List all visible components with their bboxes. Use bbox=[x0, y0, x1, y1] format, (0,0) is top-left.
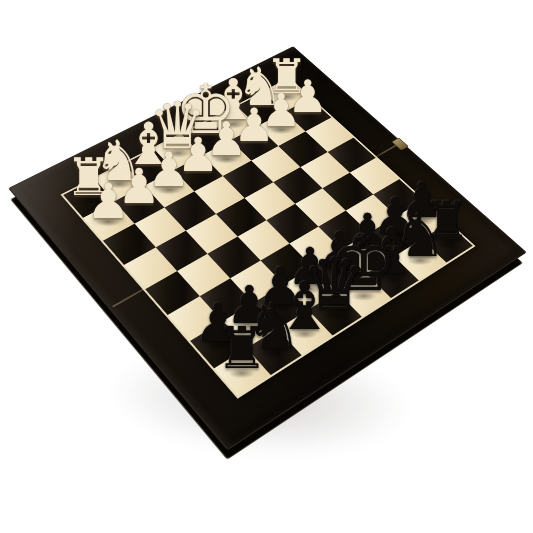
square-a6[interactable] bbox=[167, 296, 222, 341]
product-photo-stage: ♜♞♝♛♚♝♞♜♟♟♟♟♟♟♟♟♟♟♟♟♟♟♟♟♜♞♝♛♚♝♞♜ bbox=[0, 0, 533, 533]
hinge-clasp-icon bbox=[391, 137, 409, 150]
square-b8[interactable] bbox=[246, 329, 302, 376]
square-g8[interactable] bbox=[394, 239, 447, 280]
square-b6[interactable] bbox=[199, 278, 253, 322]
square-e8[interactable] bbox=[337, 274, 391, 317]
square-c4[interactable] bbox=[186, 214, 238, 254]
square-d8[interactable] bbox=[307, 292, 361, 336]
square-d7[interactable] bbox=[283, 267, 337, 310]
square-b5[interactable] bbox=[177, 254, 230, 296]
square-c6[interactable] bbox=[230, 260, 283, 303]
square-a3[interactable] bbox=[103, 224, 155, 265]
square-e6[interactable] bbox=[289, 227, 341, 267]
square-b7[interactable] bbox=[222, 303, 277, 348]
square-d5[interactable] bbox=[237, 220, 289, 260]
square-a7[interactable] bbox=[190, 322, 246, 368]
square-f7[interactable] bbox=[341, 233, 393, 274]
square-a4[interactable] bbox=[124, 247, 177, 289]
square-c8[interactable] bbox=[277, 310, 332, 355]
square-b4[interactable] bbox=[155, 230, 207, 271]
square-c7[interactable] bbox=[253, 285, 307, 329]
square-c5[interactable] bbox=[207, 237, 260, 278]
square-f8[interactable] bbox=[366, 256, 419, 298]
square-a8[interactable] bbox=[214, 348, 271, 396]
square-a5[interactable] bbox=[145, 271, 199, 314]
square-d6[interactable] bbox=[260, 243, 313, 284]
square-e7[interactable] bbox=[313, 250, 366, 292]
